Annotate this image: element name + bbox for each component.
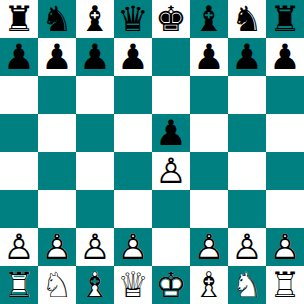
square-b3[interactable] xyxy=(38,190,76,228)
square-c1[interactable]: ♝♗ xyxy=(76,266,114,304)
black-pawn[interactable]: ♟ xyxy=(228,38,266,76)
white-pawn-outline-glyph: ♙ xyxy=(266,228,304,266)
black-queen-glyph: ♛ xyxy=(114,0,152,38)
square-d8[interactable]: ♛ xyxy=(114,0,152,38)
white-king-outline-glyph: ♔ xyxy=(152,266,190,304)
square-a5[interactable] xyxy=(0,114,38,152)
square-b4[interactable] xyxy=(38,152,76,190)
square-g5[interactable] xyxy=(228,114,266,152)
black-rook[interactable]: ♜ xyxy=(0,0,38,38)
square-h6[interactable] xyxy=(266,76,304,114)
white-pawn-outline-glyph: ♙ xyxy=(76,228,114,266)
square-h5[interactable] xyxy=(266,114,304,152)
white-pawn-outline-glyph: ♙ xyxy=(190,228,228,266)
square-e4[interactable]: ♟♙ xyxy=(152,152,190,190)
square-h2[interactable]: ♟♙ xyxy=(266,228,304,266)
square-g3[interactable] xyxy=(228,190,266,228)
square-d3[interactable] xyxy=(114,190,152,228)
square-e1[interactable]: ♚♔ xyxy=(152,266,190,304)
square-b7[interactable]: ♟ xyxy=(38,38,76,76)
square-f3[interactable] xyxy=(190,190,228,228)
black-pawn-glyph: ♟ xyxy=(38,38,76,76)
white-queen-outline-glyph: ♕ xyxy=(114,266,152,304)
square-e3[interactable] xyxy=(152,190,190,228)
black-pawn[interactable]: ♟ xyxy=(76,38,114,76)
square-g6[interactable] xyxy=(228,76,266,114)
black-knight-glyph: ♞ xyxy=(38,0,76,38)
black-king[interactable]: ♚ xyxy=(152,0,190,38)
square-b8[interactable]: ♞ xyxy=(38,0,76,38)
square-a3[interactable] xyxy=(0,190,38,228)
square-d5[interactable] xyxy=(114,114,152,152)
white-pawn[interactable]: ♟♙ xyxy=(152,152,190,190)
black-queen[interactable]: ♛ xyxy=(114,0,152,38)
black-pawn-glyph: ♟ xyxy=(0,38,38,76)
black-bishop-glyph: ♝ xyxy=(190,0,228,38)
square-e2[interactable] xyxy=(152,228,190,266)
black-pawn[interactable]: ♟ xyxy=(152,114,190,152)
square-d4[interactable] xyxy=(114,152,152,190)
square-f2[interactable]: ♟♙ xyxy=(190,228,228,266)
black-pawn-glyph: ♟ xyxy=(228,38,266,76)
white-pawn-outline-glyph: ♙ xyxy=(38,228,76,266)
square-h7[interactable]: ♟ xyxy=(266,38,304,76)
black-pawn-glyph: ♟ xyxy=(114,38,152,76)
white-pawn-outline-glyph: ♙ xyxy=(228,228,266,266)
square-g4[interactable] xyxy=(228,152,266,190)
white-bishop[interactable]: ♝♗ xyxy=(76,266,114,304)
black-pawn[interactable]: ♟ xyxy=(266,38,304,76)
white-pawn[interactable]: ♟♙ xyxy=(190,228,228,266)
square-a1[interactable]: ♜♖ xyxy=(0,266,38,304)
white-pawn-outline-glyph: ♙ xyxy=(152,152,190,190)
square-a7[interactable]: ♟ xyxy=(0,38,38,76)
white-rook[interactable]: ♜♖ xyxy=(0,266,38,304)
black-knight-glyph: ♞ xyxy=(228,0,266,38)
square-c5[interactable] xyxy=(76,114,114,152)
black-pawn[interactable]: ♟ xyxy=(190,38,228,76)
black-pawn-glyph: ♟ xyxy=(190,38,228,76)
square-h1[interactable]: ♜♖ xyxy=(266,266,304,304)
square-f6[interactable] xyxy=(190,76,228,114)
white-king[interactable]: ♚♔ xyxy=(152,266,190,304)
square-f7[interactable]: ♟ xyxy=(190,38,228,76)
square-b1[interactable]: ♞♘ xyxy=(38,266,76,304)
white-pawn-outline-glyph: ♙ xyxy=(0,228,38,266)
square-h4[interactable] xyxy=(266,152,304,190)
square-g8[interactable]: ♞ xyxy=(228,0,266,38)
square-c4[interactable] xyxy=(76,152,114,190)
square-e7[interactable] xyxy=(152,38,190,76)
white-pawn[interactable]: ♟♙ xyxy=(266,228,304,266)
square-e8[interactable]: ♚ xyxy=(152,0,190,38)
square-f8[interactable]: ♝ xyxy=(190,0,228,38)
square-b6[interactable] xyxy=(38,76,76,114)
square-d2[interactable]: ♟♙ xyxy=(114,228,152,266)
white-pawn[interactable]: ♟♙ xyxy=(38,228,76,266)
square-g2[interactable]: ♟♙ xyxy=(228,228,266,266)
square-c8[interactable]: ♝ xyxy=(76,0,114,38)
square-e6[interactable] xyxy=(152,76,190,114)
white-knight[interactable]: ♞♘ xyxy=(228,266,266,304)
black-rook[interactable]: ♜ xyxy=(266,0,304,38)
square-d6[interactable] xyxy=(114,76,152,114)
white-knight-outline-glyph: ♘ xyxy=(38,266,76,304)
black-pawn[interactable]: ♟ xyxy=(0,38,38,76)
square-b2[interactable]: ♟♙ xyxy=(38,228,76,266)
white-bishop[interactable]: ♝♗ xyxy=(190,266,228,304)
white-pawn[interactable]: ♟♙ xyxy=(114,228,152,266)
square-f5[interactable] xyxy=(190,114,228,152)
square-c7[interactable]: ♟ xyxy=(76,38,114,76)
white-pawn[interactable]: ♟♙ xyxy=(0,228,38,266)
white-pawn-outline-glyph: ♙ xyxy=(114,228,152,266)
chess-board: ♜♞♝♛♚♝♞♜♟♟♟♟♟♟♟♟♟♙♟♙♟♙♟♙♟♙♟♙♟♙♟♙♜♖♞♘♝♗♛♕… xyxy=(0,0,304,304)
black-pawn[interactable]: ♟ xyxy=(114,38,152,76)
square-d1[interactable]: ♛♕ xyxy=(114,266,152,304)
black-rook-glyph: ♜ xyxy=(0,0,38,38)
square-h8[interactable]: ♜ xyxy=(266,0,304,38)
square-a4[interactable] xyxy=(0,152,38,190)
black-rook-glyph: ♜ xyxy=(266,0,304,38)
square-e5[interactable]: ♟ xyxy=(152,114,190,152)
black-pawn-glyph: ♟ xyxy=(76,38,114,76)
square-c2[interactable]: ♟♙ xyxy=(76,228,114,266)
white-bishop-outline-glyph: ♗ xyxy=(76,266,114,304)
white-knight[interactable]: ♞♘ xyxy=(38,266,76,304)
square-a2[interactable]: ♟♙ xyxy=(0,228,38,266)
square-d7[interactable]: ♟ xyxy=(114,38,152,76)
white-bishop-outline-glyph: ♗ xyxy=(190,266,228,304)
black-bishop[interactable]: ♝ xyxy=(76,0,114,38)
black-king-glyph: ♚ xyxy=(152,0,190,38)
square-f4[interactable] xyxy=(190,152,228,190)
white-rook[interactable]: ♜♖ xyxy=(266,266,304,304)
black-pawn-glyph: ♟ xyxy=(152,114,190,152)
white-pawn[interactable]: ♟♙ xyxy=(76,228,114,266)
black-pawn-glyph: ♟ xyxy=(266,38,304,76)
square-b5[interactable] xyxy=(38,114,76,152)
black-knight[interactable]: ♞ xyxy=(228,0,266,38)
square-a8[interactable]: ♜ xyxy=(0,0,38,38)
black-knight[interactable]: ♞ xyxy=(38,0,76,38)
black-pawn[interactable]: ♟ xyxy=(38,38,76,76)
square-a6[interactable] xyxy=(0,76,38,114)
square-h3[interactable] xyxy=(266,190,304,228)
white-knight-outline-glyph: ♘ xyxy=(228,266,266,304)
square-c6[interactable] xyxy=(76,76,114,114)
white-rook-outline-glyph: ♖ xyxy=(266,266,304,304)
square-c3[interactable] xyxy=(76,190,114,228)
square-g7[interactable]: ♟ xyxy=(228,38,266,76)
white-pawn[interactable]: ♟♙ xyxy=(228,228,266,266)
white-rook-outline-glyph: ♖ xyxy=(0,266,38,304)
square-f1[interactable]: ♝♗ xyxy=(190,266,228,304)
white-queen[interactable]: ♛♕ xyxy=(114,266,152,304)
black-bishop-glyph: ♝ xyxy=(76,0,114,38)
black-bishop[interactable]: ♝ xyxy=(190,0,228,38)
square-g1[interactable]: ♞♘ xyxy=(228,266,266,304)
